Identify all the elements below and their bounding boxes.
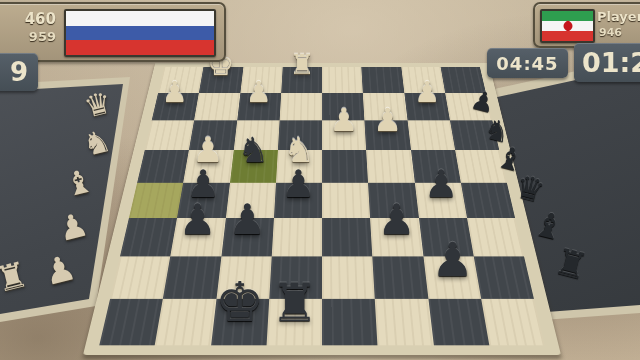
player-left-rating: 959 <box>29 29 56 44</box>
square-d1[interactable] <box>322 67 363 93</box>
main-timer: 01:2 <box>574 43 640 82</box>
piece-white-pawn-f2[interactable]: ♟ <box>246 77 272 106</box>
square-c1[interactable] <box>361 67 403 93</box>
captured-white-pawn: ♟ <box>41 250 80 292</box>
captured-white-bishop: ♝ <box>61 164 97 202</box>
player-panel-right: Player-3 946 <box>533 2 640 48</box>
captured-white-pawn: ♟ <box>55 207 92 246</box>
square-c8[interactable] <box>375 299 433 346</box>
square-d6[interactable] <box>322 218 373 257</box>
square-g2[interactable] <box>194 93 240 121</box>
piece-black-pawn-b5[interactable]: ♟ <box>424 165 458 203</box>
piece-black-knight-f4[interactable]: ♞ <box>238 133 269 168</box>
flag-stripe-white <box>66 11 214 26</box>
captured-white-rook: ♜ <box>0 257 31 299</box>
player-right-rating: 946 <box>599 26 622 39</box>
square-e2[interactable] <box>279 93 322 121</box>
square-a5[interactable] <box>461 183 515 218</box>
piece-white-pawn-b2[interactable]: ♟ <box>414 77 440 106</box>
flag-stripe-red <box>66 40 214 55</box>
square-e6[interactable] <box>271 218 322 257</box>
square-d7[interactable] <box>322 256 375 298</box>
square-d4[interactable] <box>322 150 368 182</box>
square-g8[interactable] <box>155 299 216 346</box>
piece-black-pawn-b7[interactable]: ♟ <box>431 236 473 283</box>
square-d8[interactable] <box>322 299 378 346</box>
piece-black-pawn-f6[interactable]: ♟ <box>228 199 266 241</box>
player-left-clock: 9 <box>0 53 38 91</box>
square-a7[interactable] <box>474 256 534 298</box>
square-a6[interactable] <box>467 218 524 257</box>
square-g7[interactable] <box>163 256 221 298</box>
piece-black-rook-e8[interactable]: ♜ <box>271 276 319 329</box>
square-c7[interactable] <box>373 256 428 298</box>
square-h7[interactable] <box>110 256 170 298</box>
captured-black-queen: ♛ <box>512 170 548 208</box>
captured-black-rook: ♜ <box>551 243 591 286</box>
iran-flag-icon <box>540 9 595 43</box>
piece-white-pawn-h2[interactable]: ♟ <box>162 77 188 106</box>
captured-white-knight: ♞ <box>80 124 114 161</box>
piece-black-pawn-g6[interactable]: ♟ <box>179 199 217 241</box>
piece-black-pawn-e5[interactable]: ♟ <box>281 165 315 203</box>
square-c4[interactable] <box>366 150 414 182</box>
flag-stripe-red <box>542 31 593 41</box>
piece-white-rook-e1[interactable]: ♜ <box>289 51 314 79</box>
square-a8[interactable] <box>481 299 545 346</box>
square-h3[interactable] <box>145 120 195 150</box>
move-timer: 04:45 <box>487 48 568 78</box>
russia-flag-icon <box>64 9 216 57</box>
piece-black-king-f8[interactable]: ♚ <box>215 274 264 329</box>
piece-white-pawn-d3[interactable]: ♟ <box>330 104 359 136</box>
piece-black-pawn-c6[interactable]: ♟ <box>378 199 416 241</box>
square-b8[interactable] <box>428 299 489 346</box>
square-b3[interactable] <box>407 120 455 150</box>
chess-3d-scene: ♚♜♟♟♟♟♟♟♞♞♟♟♟♟♟♟♟♜♚♛♞♝♟♟♜♟♞♝♛♝♜ 460 959 … <box>0 0 640 360</box>
captured-white-queen: ♛ <box>81 87 114 123</box>
square-d5[interactable] <box>322 183 370 218</box>
piece-white-pawn-c3[interactable]: ♟ <box>373 104 402 136</box>
square-h4[interactable] <box>137 150 189 182</box>
flag-stripe-white <box>542 21 593 31</box>
square-h8[interactable] <box>99 299 163 346</box>
flag-stripe-blue <box>66 26 214 41</box>
player-left-name: 460 <box>25 10 56 28</box>
square-h6[interactable] <box>120 218 177 257</box>
square-h5[interactable] <box>129 183 183 218</box>
player-right-name: Player-3 <box>597 9 640 24</box>
